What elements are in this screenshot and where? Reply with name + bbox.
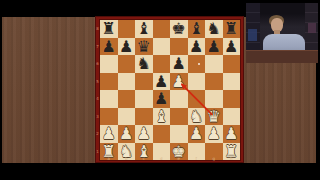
square-g7[interactable]: ♟	[205, 38, 223, 56]
cursor-dot	[198, 63, 200, 65]
black-rook-a8[interactable]: ♜	[100, 20, 118, 38]
square-h3[interactable]	[223, 108, 241, 126]
black-pawn-h7[interactable]: ♟	[223, 38, 241, 56]
chess-board: 87654321 ♜♝♚♝♞♜♟♟♛♟♟♟♞♟♟♟♟♝♞♛♟♟♟♟♟♟♜♞♝♚♜…	[95, 16, 244, 163]
white-pawn-e5[interactable]: ♟	[170, 73, 188, 91]
rank-label-7: 7	[95, 38, 100, 56]
black-rook-h8[interactable]: ♜	[223, 20, 241, 38]
square-d7[interactable]	[153, 38, 171, 56]
square-d5[interactable]: ♟	[153, 73, 171, 91]
square-e6[interactable]: ♟	[170, 55, 188, 73]
white-pawn-h2[interactable]: ♟	[223, 125, 241, 143]
square-c8[interactable]: ♝	[135, 20, 153, 38]
black-knight-g8[interactable]: ♞	[205, 20, 223, 38]
webcam-feed	[246, 3, 318, 63]
black-king-e8[interactable]: ♚	[170, 20, 188, 38]
square-a4[interactable]	[100, 90, 118, 108]
square-f2[interactable]: ♟	[188, 125, 206, 143]
streamer-desk	[246, 50, 318, 63]
rank-label-2: 2	[95, 125, 100, 143]
square-h8[interactable]: ♜	[223, 20, 241, 38]
rank-label-3: 3	[95, 108, 100, 126]
file-label-h: h	[223, 157, 241, 162]
rank-coordinates: 87654321	[95, 20, 100, 160]
square-h6[interactable]	[223, 55, 241, 73]
square-g4[interactable]	[205, 90, 223, 108]
square-b3[interactable]	[118, 108, 136, 126]
square-e4[interactable]	[170, 90, 188, 108]
black-bishop-f8[interactable]: ♝	[188, 20, 206, 38]
square-b6[interactable]	[118, 55, 136, 73]
square-b4[interactable]	[118, 90, 136, 108]
square-a3[interactable]	[100, 108, 118, 126]
file-coordinates: abcdefgh	[100, 157, 240, 162]
square-d3[interactable]: ♝	[153, 108, 171, 126]
square-h4[interactable]	[223, 90, 241, 108]
white-knight-f3[interactable]: ♞	[188, 108, 206, 126]
file-label-b: b	[118, 157, 136, 162]
black-pawn-e6[interactable]: ♟	[170, 55, 188, 73]
black-pawn-a7[interactable]: ♟	[100, 38, 118, 56]
square-a2[interactable]: ♟	[100, 125, 118, 143]
white-pawn-b2[interactable]: ♟	[118, 125, 136, 143]
video-frame: 87654321 ♜♝♚♝♞♜♟♟♛♟♟♟♞♟♟♟♟♝♞♛♟♟♟♟♟♟♜♞♝♚♜…	[0, 0, 320, 180]
rank-label-5: 5	[95, 73, 100, 91]
square-c7[interactable]: ♛	[135, 38, 153, 56]
square-g2[interactable]: ♟	[205, 125, 223, 143]
square-b7[interactable]: ♟	[118, 38, 136, 56]
square-f8[interactable]: ♝	[188, 20, 206, 38]
square-h2[interactable]: ♟	[223, 125, 241, 143]
square-e5[interactable]: ♟	[170, 73, 188, 91]
file-label-f: f	[188, 157, 206, 162]
square-d2[interactable]	[153, 125, 171, 143]
square-g8[interactable]: ♞	[205, 20, 223, 38]
square-c3[interactable]	[135, 108, 153, 126]
square-g3[interactable]: ♛	[205, 108, 223, 126]
square-a8[interactable]: ♜	[100, 20, 118, 38]
black-pawn-f7[interactable]: ♟	[188, 38, 206, 56]
rank-label-4: 4	[95, 90, 100, 108]
rank-label-6: 6	[95, 55, 100, 73]
square-b5[interactable]	[118, 73, 136, 91]
file-label-d: d	[153, 157, 171, 162]
square-g6[interactable]	[205, 55, 223, 73]
file-label-a: a	[100, 157, 118, 162]
black-pawn-d4[interactable]: ♟	[153, 90, 171, 108]
white-pawn-c2[interactable]: ♟	[135, 125, 153, 143]
file-label-e: e	[170, 157, 188, 162]
black-pawn-g7[interactable]: ♟	[205, 38, 223, 56]
black-knight-c6[interactable]: ♞	[135, 55, 153, 73]
square-c2[interactable]: ♟	[135, 125, 153, 143]
square-c6[interactable]: ♞	[135, 55, 153, 73]
file-label-c: c	[135, 157, 153, 162]
white-bishop-d3[interactable]: ♝	[153, 108, 171, 126]
square-a5[interactable]	[100, 73, 118, 91]
white-queen-g3[interactable]: ♛	[205, 108, 223, 126]
black-pawn-d5[interactable]: ♟	[153, 73, 171, 91]
black-queen-c7[interactable]: ♛	[135, 38, 153, 56]
board-grid: ♜♝♚♝♞♜♟♟♛♟♟♟♞♟♟♟♟♝♞♛♟♟♟♟♟♟♜♞♝♚♜	[100, 20, 240, 160]
square-e3[interactable]	[170, 108, 188, 126]
square-d4[interactable]: ♟	[153, 90, 171, 108]
black-bishop-c8[interactable]: ♝	[135, 20, 153, 38]
white-pawn-f2[interactable]: ♟	[188, 125, 206, 143]
square-e2[interactable]	[170, 125, 188, 143]
square-f4[interactable]	[188, 90, 206, 108]
square-b8[interactable]	[118, 20, 136, 38]
white-pawn-a2[interactable]: ♟	[100, 125, 118, 143]
file-label-g: g	[205, 157, 223, 162]
square-d6[interactable]	[153, 55, 171, 73]
square-h5[interactable]	[223, 73, 241, 91]
square-e8[interactable]: ♚	[170, 20, 188, 38]
square-a6[interactable]	[100, 55, 118, 73]
square-d8[interactable]	[153, 20, 171, 38]
books-accent-right	[308, 23, 316, 33]
books-accent-left	[248, 29, 257, 41]
square-f5[interactable]	[188, 73, 206, 91]
black-pawn-b7[interactable]: ♟	[118, 38, 136, 56]
white-pawn-g2[interactable]: ♟	[205, 125, 223, 143]
square-h7[interactable]: ♟	[223, 38, 241, 56]
square-f3[interactable]: ♞	[188, 108, 206, 126]
square-b2[interactable]: ♟	[118, 125, 136, 143]
square-g5[interactable]	[205, 73, 223, 91]
square-e7[interactable]	[170, 38, 188, 56]
rank-label-8: 8	[95, 20, 100, 38]
square-c4[interactable]	[135, 90, 153, 108]
square-a7[interactable]: ♟	[100, 38, 118, 56]
square-f6[interactable]	[188, 55, 206, 73]
square-f7[interactable]: ♟	[188, 38, 206, 56]
square-c5[interactable]	[135, 73, 153, 91]
